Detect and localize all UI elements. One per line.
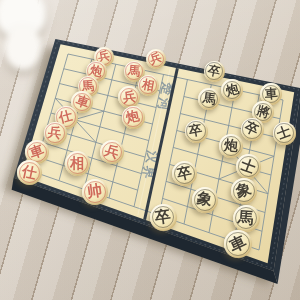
- piece-character: 車: [264, 87, 278, 101]
- piece-character: 馬: [202, 92, 216, 106]
- piece-character: 相: [70, 156, 85, 171]
- piece-character: 兵: [47, 125, 62, 140]
- piece-character: 炮: [223, 138, 238, 153]
- piece-character: 帅: [86, 183, 103, 200]
- piece-character: 炮: [125, 109, 141, 125]
- black-soldier-piece[interactable]: 卒: [204, 61, 225, 82]
- red-general-piece[interactable]: 帅: [82, 179, 108, 205]
- piece-character: 相: [141, 78, 155, 92]
- black-advisor-piece[interactable]: 士: [236, 154, 261, 179]
- black-horse-piece[interactable]: 馬: [198, 88, 220, 110]
- pieces-layer: 兵炮馬車仕兵車仕相帅兵炮馬兵相兵卒炮馬車將卒卒士炮卒象卒士象馬車: [0, 0, 300, 300]
- piece-character: 卒: [207, 64, 221, 78]
- black-advisor-piece[interactable]: 士: [273, 122, 296, 145]
- photo-scene: 楚 河 汉 界 兵炮馬車仕兵車仕相帅兵炮馬兵相兵卒炮馬車將卒卒士炮卒象卒士象馬車: [0, 0, 300, 300]
- black-horse-piece[interactable]: 馬: [233, 205, 260, 232]
- red-elephant-piece[interactable]: 相: [138, 75, 159, 96]
- black-cannon-piece[interactable]: 炮: [221, 79, 243, 101]
- black-soldier-piece[interactable]: 卒: [172, 161, 197, 186]
- red-soldier-piece[interactable]: 兵: [44, 122, 67, 145]
- piece-character: 馬: [238, 209, 255, 226]
- black-chariot-piece[interactable]: 車: [224, 230, 252, 258]
- red-soldier-piece[interactable]: 兵: [118, 86, 140, 108]
- red-soldier-piece[interactable]: 兵: [100, 140, 124, 164]
- black-cannon-piece[interactable]: 炮: [219, 134, 243, 158]
- piece-character: 卒: [188, 123, 203, 138]
- black-elephant-piece[interactable]: 象: [231, 178, 257, 204]
- red-soldier-piece[interactable]: 兵: [146, 49, 166, 69]
- black-soldier-piece[interactable]: 卒: [185, 120, 208, 143]
- piece-character: 卒: [154, 208, 172, 226]
- red-advisor-piece[interactable]: 仕: [17, 160, 42, 185]
- red-cannon-piece[interactable]: 炮: [122, 106, 145, 129]
- piece-character: 卒: [175, 164, 192, 181]
- piece-character: 馬: [127, 64, 140, 77]
- piece-character: 炮: [224, 82, 240, 98]
- piece-character: 仕: [20, 163, 37, 180]
- black-soldier-piece[interactable]: 卒: [241, 118, 264, 141]
- piece-character: 兵: [122, 90, 136, 104]
- black-soldier-piece[interactable]: 卒: [150, 204, 177, 231]
- black-elephant-piece[interactable]: 象: [192, 187, 218, 213]
- red-elephant-piece[interactable]: 相: [65, 151, 90, 176]
- piece-character: 將: [255, 104, 271, 120]
